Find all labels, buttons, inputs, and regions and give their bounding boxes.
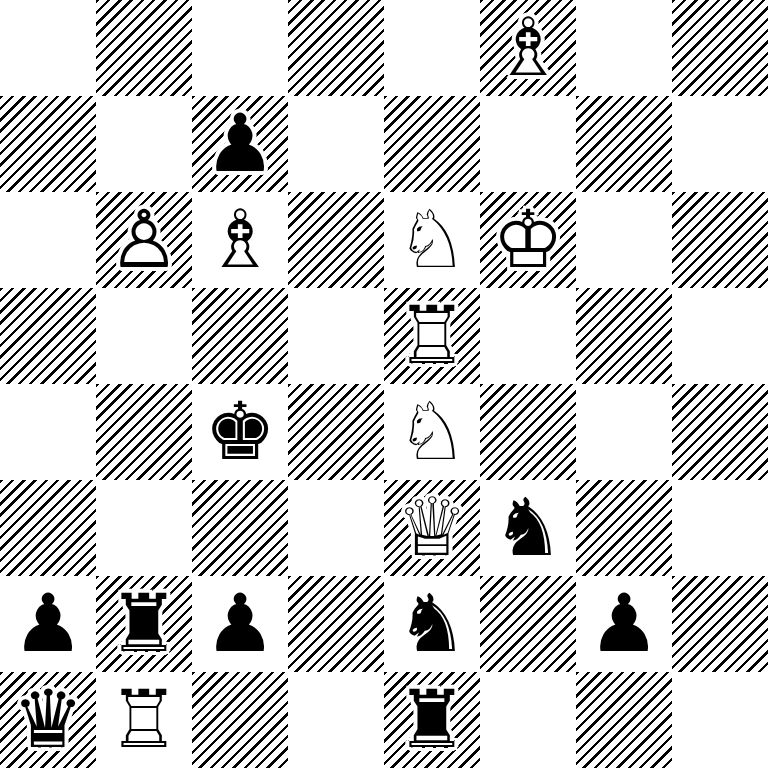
square-c4[interactable]: ♚♚ — [192, 384, 288, 480]
square-f8[interactable]: ♝♗ — [480, 0, 576, 96]
square-e1[interactable]: ♜♜ — [384, 672, 480, 768]
black-rook-b2[interactable]: ♜ — [96, 576, 192, 672]
square-b8[interactable] — [96, 0, 192, 96]
square-b3[interactable] — [96, 480, 192, 576]
chess-diagram: ♝♗♟♟♟♙♝♗♞♘♚♔♜♖♚♚♞♘♛♕♞♞♟♟♜♜♟♟♞♞♟♟♛♛♜♖♜♜ — [0, 0, 768, 768]
square-h4[interactable] — [672, 384, 768, 480]
square-b4[interactable] — [96, 384, 192, 480]
black-pawn-a2[interactable]: ♟ — [0, 576, 96, 672]
square-g4[interactable] — [576, 384, 672, 480]
square-e4[interactable]: ♞♘ — [384, 384, 480, 480]
square-h6[interactable] — [672, 192, 768, 288]
square-d5[interactable] — [288, 288, 384, 384]
square-h1[interactable] — [672, 672, 768, 768]
square-e8[interactable] — [384, 0, 480, 96]
square-b1[interactable]: ♜♖ — [96, 672, 192, 768]
square-f5[interactable] — [480, 288, 576, 384]
square-b6[interactable]: ♟♙ — [96, 192, 192, 288]
square-e6[interactable]: ♞♘ — [384, 192, 480, 288]
white-rook-b1[interactable]: ♖ — [96, 672, 192, 768]
black-queen-a1[interactable]: ♛ — [0, 672, 96, 768]
square-f1[interactable] — [480, 672, 576, 768]
black-pawn-c7[interactable]: ♟ — [192, 96, 288, 192]
square-g3[interactable] — [576, 480, 672, 576]
square-d6[interactable] — [288, 192, 384, 288]
white-queen-e3[interactable]: ♕ — [384, 480, 480, 576]
square-d8[interactable] — [288, 0, 384, 96]
square-a8[interactable] — [0, 0, 96, 96]
white-knight-e6[interactable]: ♘ — [384, 192, 480, 288]
black-king-c4[interactable]: ♚ — [192, 384, 288, 480]
black-knight-e2[interactable]: ♞ — [384, 576, 480, 672]
square-c8[interactable] — [192, 0, 288, 96]
square-c3[interactable] — [192, 480, 288, 576]
square-f6[interactable]: ♚♔ — [480, 192, 576, 288]
square-c5[interactable] — [192, 288, 288, 384]
square-a4[interactable] — [0, 384, 96, 480]
black-rook-e1[interactable]: ♜ — [384, 672, 480, 768]
square-e3[interactable]: ♛♕ — [384, 480, 480, 576]
square-c1[interactable] — [192, 672, 288, 768]
square-b7[interactable] — [96, 96, 192, 192]
square-d2[interactable] — [288, 576, 384, 672]
square-g7[interactable] — [576, 96, 672, 192]
black-knight-f3[interactable]: ♞ — [480, 480, 576, 576]
square-f7[interactable] — [480, 96, 576, 192]
white-pawn-b6[interactable]: ♙ — [96, 192, 192, 288]
square-f4[interactable] — [480, 384, 576, 480]
square-g8[interactable] — [576, 0, 672, 96]
square-g1[interactable] — [576, 672, 672, 768]
square-f2[interactable] — [480, 576, 576, 672]
square-h2[interactable] — [672, 576, 768, 672]
white-rook-e5[interactable]: ♖ — [384, 288, 480, 384]
square-d7[interactable] — [288, 96, 384, 192]
chess-board: ♝♗♟♟♟♙♝♗♞♘♚♔♜♖♚♚♞♘♛♕♞♞♟♟♜♜♟♟♞♞♟♟♛♛♜♖♜♜ — [0, 0, 768, 768]
square-a7[interactable] — [0, 96, 96, 192]
square-a3[interactable] — [0, 480, 96, 576]
white-king-f6[interactable]: ♔ — [480, 192, 576, 288]
square-e2[interactable]: ♞♞ — [384, 576, 480, 672]
square-h5[interactable] — [672, 288, 768, 384]
square-d4[interactable] — [288, 384, 384, 480]
square-h3[interactable] — [672, 480, 768, 576]
square-h8[interactable] — [672, 0, 768, 96]
black-pawn-g2[interactable]: ♟ — [576, 576, 672, 672]
square-g2[interactable]: ♟♟ — [576, 576, 672, 672]
square-c2[interactable]: ♟♟ — [192, 576, 288, 672]
square-a5[interactable] — [0, 288, 96, 384]
white-bishop-c6[interactable]: ♗ — [192, 192, 288, 288]
square-d1[interactable] — [288, 672, 384, 768]
black-pawn-c2[interactable]: ♟ — [192, 576, 288, 672]
square-g5[interactable] — [576, 288, 672, 384]
square-c6[interactable]: ♝♗ — [192, 192, 288, 288]
square-a2[interactable]: ♟♟ — [0, 576, 96, 672]
square-b2[interactable]: ♜♜ — [96, 576, 192, 672]
square-g6[interactable] — [576, 192, 672, 288]
square-e5[interactable]: ♜♖ — [384, 288, 480, 384]
square-b5[interactable] — [96, 288, 192, 384]
white-knight-e4[interactable]: ♘ — [384, 384, 480, 480]
square-f3[interactable]: ♞♞ — [480, 480, 576, 576]
square-a6[interactable] — [0, 192, 96, 288]
square-e7[interactable] — [384, 96, 480, 192]
white-bishop-f8[interactable]: ♗ — [480, 0, 576, 96]
square-d3[interactable] — [288, 480, 384, 576]
square-c7[interactable]: ♟♟ — [192, 96, 288, 192]
square-a1[interactable]: ♛♛ — [0, 672, 96, 768]
square-h7[interactable] — [672, 96, 768, 192]
